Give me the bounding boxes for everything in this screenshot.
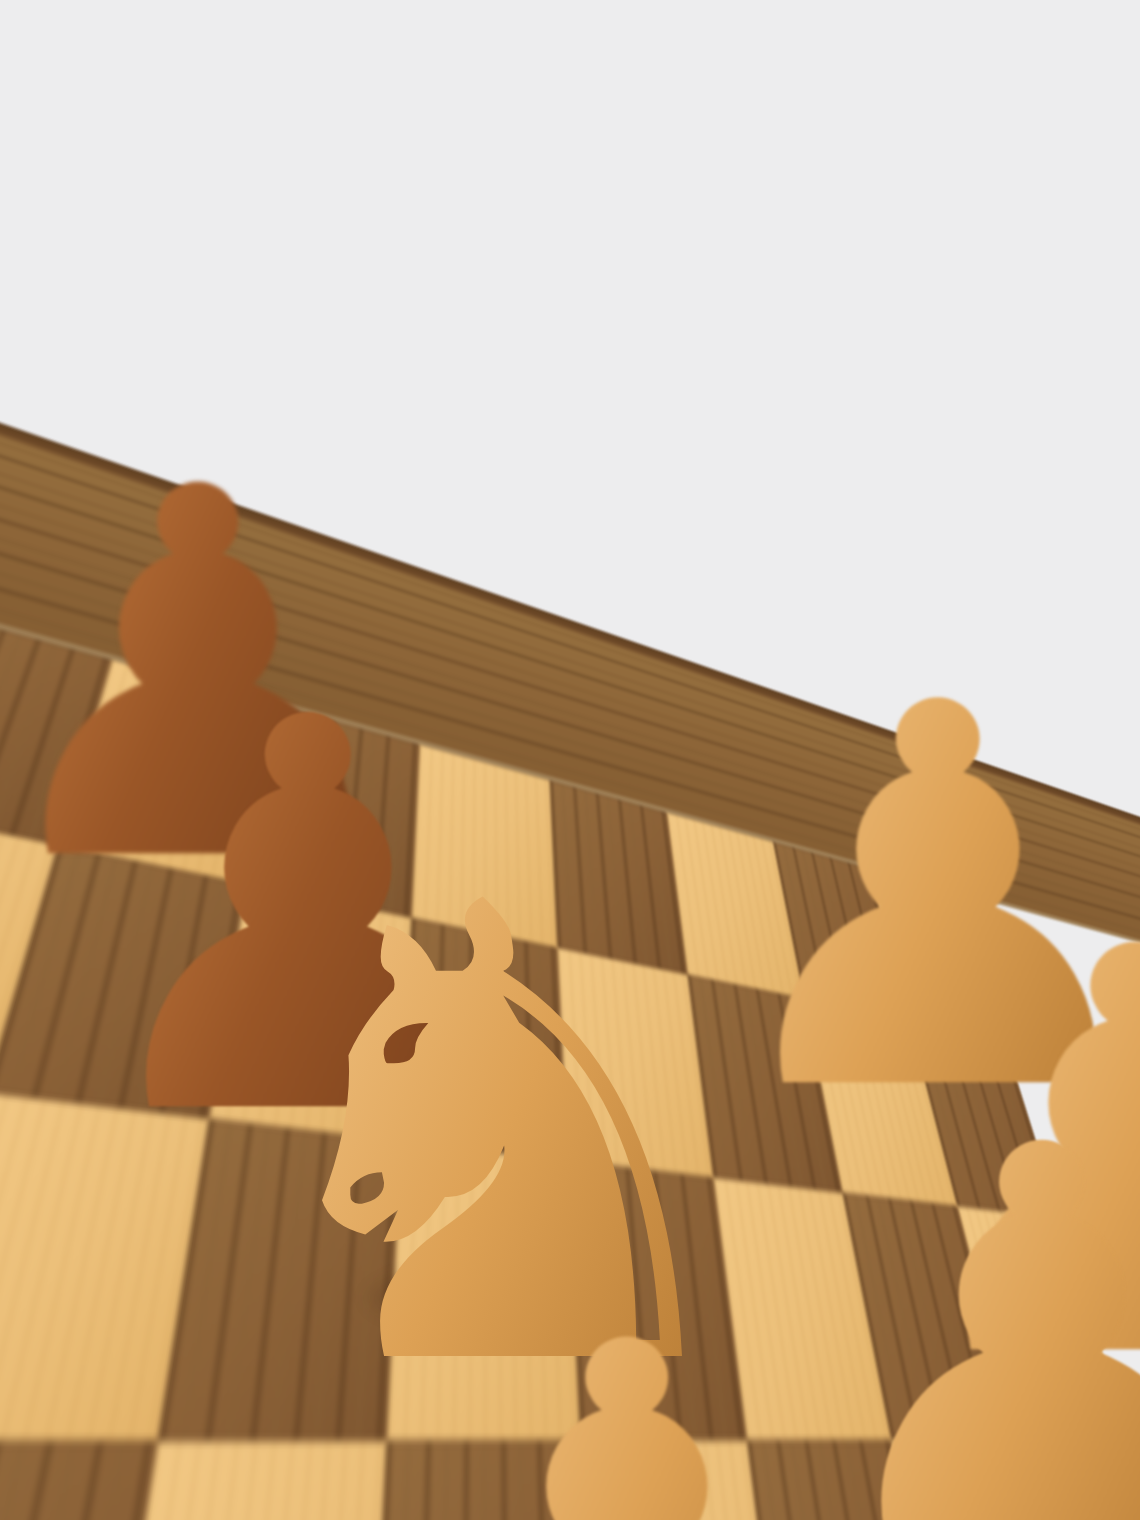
pawn-glyph: ♟ (394, 1276, 860, 1520)
piece-light-pawn-e4: ♟ (394, 1276, 860, 1520)
piece-layer: ♟♟♞♟♟♟♟ (0, 0, 1140, 1520)
photo-canvas: ♟♟♞♟♟♟♟ (0, 0, 1140, 1520)
